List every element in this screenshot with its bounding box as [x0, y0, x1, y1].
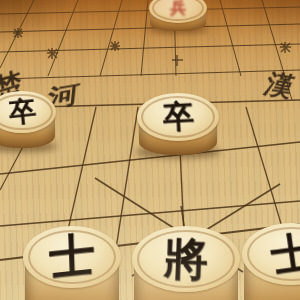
xiangqi-board-photo: 楚 河 漢 兵 卒 卒 士 將: [0, 0, 300, 300]
